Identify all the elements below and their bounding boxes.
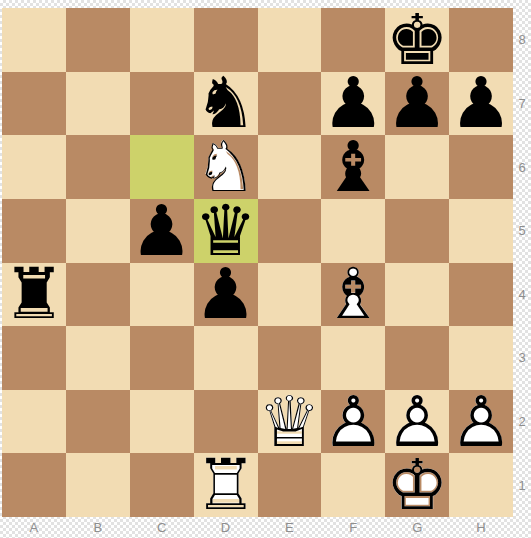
square-g1[interactable]: ♚♔ — [385, 453, 449, 517]
black-rook-icon: ♜ — [2, 263, 66, 327]
black-pawn-icon: ♟ — [130, 199, 194, 263]
square-c1[interactable] — [130, 453, 194, 517]
square-a4[interactable]: ♜ — [2, 263, 66, 327]
white-rook-icon: ♖ — [194, 453, 258, 517]
square-d3[interactable] — [194, 326, 258, 390]
square-h2[interactable]: ♟♙ — [449, 390, 513, 454]
square-c5[interactable]: ♟ — [130, 199, 194, 263]
rank-label-8: 8 — [513, 8, 531, 72]
square-e5[interactable] — [258, 199, 322, 263]
file-label-f: F — [321, 517, 385, 538]
white-pawn-icon: ♙ — [321, 390, 385, 454]
square-b8[interactable] — [66, 8, 130, 72]
chess-board-screenshot: ♚♞♟♟♟♞♘♝♟♛♜♟♝♗♛♕♟♙♟♙♟♙♜♖♚♔ 87654321 ABCD… — [0, 0, 531, 538]
file-coordinates: ABCDEFGH — [2, 517, 513, 538]
file-label-b: B — [66, 517, 130, 538]
black-bishop-icon: ♝ — [321, 135, 385, 199]
piece-black-pawn-h7[interactable]: ♟ — [449, 72, 513, 136]
rank-label-2: 2 — [513, 390, 531, 454]
piece-white-rook-d1[interactable]: ♜♖ — [194, 453, 258, 517]
square-h4[interactable] — [449, 263, 513, 327]
rank-coordinates: 87654321 — [513, 8, 531, 517]
black-pawn-icon: ♟ — [385, 72, 449, 136]
square-f4[interactable]: ♝♗ — [321, 263, 385, 327]
square-h1[interactable] — [449, 453, 513, 517]
piece-black-rook-a4[interactable]: ♜ — [2, 263, 66, 327]
piece-white-queen-e2[interactable]: ♛♕ — [258, 390, 322, 454]
square-f6[interactable]: ♝ — [321, 135, 385, 199]
square-e1[interactable] — [258, 453, 322, 517]
square-f1[interactable] — [321, 453, 385, 517]
rank-label-4: 4 — [513, 263, 531, 327]
piece-white-bishop-f4[interactable]: ♝♗ — [321, 263, 385, 327]
square-e8[interactable] — [258, 8, 322, 72]
black-pawn-icon: ♟ — [449, 72, 513, 136]
square-a8[interactable] — [2, 8, 66, 72]
piece-black-pawn-d4[interactable]: ♟ — [194, 263, 258, 327]
square-g4[interactable] — [385, 263, 449, 327]
square-b1[interactable] — [66, 453, 130, 517]
piece-white-king-g1[interactable]: ♚♔ — [385, 453, 449, 517]
square-h5[interactable] — [449, 199, 513, 263]
white-bishop-icon: ♗ — [321, 263, 385, 327]
rank-label-7: 7 — [513, 72, 531, 136]
rank-label-5: 5 — [513, 199, 531, 263]
square-a3[interactable] — [2, 326, 66, 390]
piece-white-pawn-h2[interactable]: ♟♙ — [449, 390, 513, 454]
square-c4[interactable] — [130, 263, 194, 327]
square-b7[interactable] — [66, 72, 130, 136]
square-g5[interactable] — [385, 199, 449, 263]
file-label-c: C — [130, 517, 194, 538]
square-h6[interactable] — [449, 135, 513, 199]
square-c3[interactable] — [130, 326, 194, 390]
piece-black-pawn-c5[interactable]: ♟ — [130, 199, 194, 263]
square-a6[interactable] — [2, 135, 66, 199]
file-label-a: A — [2, 517, 66, 538]
square-a2[interactable] — [2, 390, 66, 454]
white-pawn-icon: ♙ — [449, 390, 513, 454]
square-b6[interactable] — [66, 135, 130, 199]
rank-label-1: 1 — [513, 453, 531, 517]
square-a7[interactable] — [2, 72, 66, 136]
square-a1[interactable] — [2, 453, 66, 517]
square-c8[interactable] — [130, 8, 194, 72]
square-e6[interactable] — [258, 135, 322, 199]
file-label-h: H — [449, 517, 513, 538]
piece-black-pawn-g7[interactable]: ♟ — [385, 72, 449, 136]
square-f2[interactable]: ♟♙ — [321, 390, 385, 454]
square-e2[interactable]: ♛♕ — [258, 390, 322, 454]
file-label-e: E — [258, 517, 322, 538]
white-king-icon: ♔ — [385, 453, 449, 517]
square-d4[interactable]: ♟ — [194, 263, 258, 327]
square-g6[interactable] — [385, 135, 449, 199]
square-b3[interactable] — [66, 326, 130, 390]
piece-black-bishop-f6[interactable]: ♝ — [321, 135, 385, 199]
piece-white-pawn-f2[interactable]: ♟♙ — [321, 390, 385, 454]
black-pawn-icon: ♟ — [194, 263, 258, 327]
square-e4[interactable] — [258, 263, 322, 327]
square-b4[interactable] — [66, 263, 130, 327]
rank-label-3: 3 — [513, 326, 531, 390]
square-b5[interactable] — [66, 199, 130, 263]
rank-label-6: 6 — [513, 135, 531, 199]
white-queen-icon: ♕ — [258, 390, 322, 454]
chess-board[interactable]: ♚♞♟♟♟♞♘♝♟♛♜♟♝♗♛♕♟♙♟♙♟♙♜♖♚♔ — [2, 8, 513, 517]
file-label-g: G — [385, 517, 449, 538]
square-h7[interactable]: ♟ — [449, 72, 513, 136]
square-d1[interactable]: ♜♖ — [194, 453, 258, 517]
square-g7[interactable]: ♟ — [385, 72, 449, 136]
square-c2[interactable] — [130, 390, 194, 454]
file-label-d: D — [194, 517, 258, 538]
square-e7[interactable] — [258, 72, 322, 136]
square-b2[interactable] — [66, 390, 130, 454]
square-c7[interactable] — [130, 72, 194, 136]
